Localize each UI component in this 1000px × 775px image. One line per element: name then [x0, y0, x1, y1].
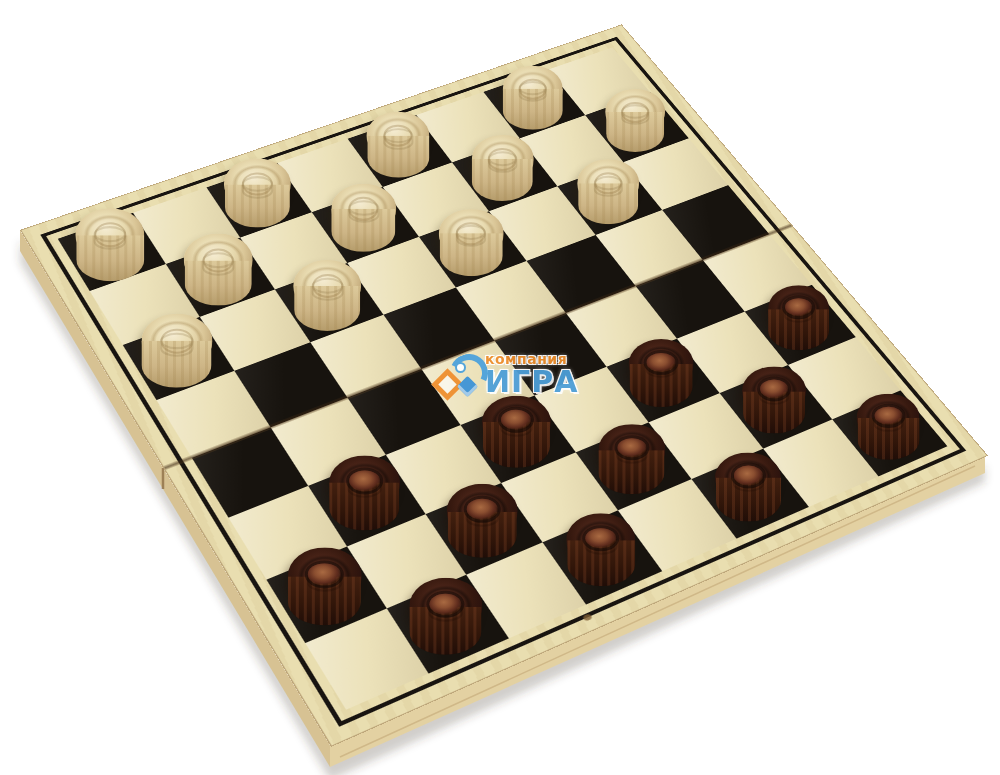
dark-man-g7: ⛂	[742, 366, 806, 415]
dark-man-e7: ⛂	[598, 424, 665, 476]
white-man-glyph: ⛀	[224, 159, 290, 210]
black-man-glyph: ⛂	[742, 366, 806, 415]
black-man-glyph: ⛂	[287, 548, 361, 605]
watermark-logo	[433, 352, 483, 404]
dark-man-f6: ⛂	[628, 339, 693, 389]
watermark-brand-label: ИГРА	[485, 367, 578, 397]
checkers-photo-stage: ⛀⛀⛀⛀⛀⛀⛀⛀⛀⛀⛀⛂⛀⛂⛂⛂⛂⛂⛂⛂⛂⛂⛂⛂ компания ИГРА	[0, 0, 1000, 775]
white-man-glyph: ⛀	[577, 160, 639, 207]
light-man-d2: ⛀	[331, 184, 396, 234]
dark-man-f8: ⛂	[715, 452, 781, 503]
black-man-glyph: ⛂	[715, 452, 781, 503]
black-man-glyph: ⛂	[566, 514, 636, 568]
black-man-glyph: ⛂	[857, 394, 920, 442]
black-man-glyph: ⛂	[447, 484, 518, 538]
light-man-f2: ⛀	[471, 135, 533, 183]
white-man-glyph: ⛀	[471, 135, 533, 183]
dark-man-h6: ⛂	[768, 286, 830, 334]
black-man-glyph: ⛂	[409, 578, 482, 634]
watermark-text: компания ИГРА	[485, 352, 578, 397]
white-man-glyph: ⛀	[141, 314, 212, 369]
white-man-glyph: ⛀	[184, 234, 253, 287]
dark-man-h8: ⛂	[857, 394, 920, 442]
white-man-glyph: ⛀	[294, 260, 362, 312]
light-man-c1: ⛀	[224, 159, 290, 210]
white-man-glyph: ⛀	[331, 184, 396, 234]
white-man-glyph: ⛀	[606, 89, 666, 135]
dark-man-b8: ⛂	[409, 578, 482, 634]
light-man-e3: ⛀	[439, 209, 504, 259]
light-man-h2: ⛀	[606, 89, 666, 135]
white-man-glyph: ⛀	[367, 111, 430, 160]
light-man-b2: ⛀	[184, 234, 253, 287]
blue-dot-icon	[455, 362, 466, 373]
white-man-glyph: ⛀	[502, 66, 562, 113]
black-man-glyph: ⛂	[329, 455, 401, 510]
white-man-glyph: ⛀	[75, 208, 144, 261]
black-man-glyph: ⛂	[598, 424, 665, 476]
light-man-a1: ⛀	[75, 208, 144, 261]
light-man-g3: ⛀	[577, 160, 639, 207]
black-man-glyph: ⛂	[628, 339, 693, 389]
dark-man-c7: ⛂	[447, 484, 518, 538]
dark-man-a7: ⛂	[287, 548, 361, 605]
dark-man-b6: ⛂	[329, 455, 401, 510]
dark-man-d8: ⛂	[566, 514, 636, 568]
watermark: компания ИГРА	[433, 352, 578, 404]
light-man-g1: ⛀	[502, 66, 562, 113]
light-man-c3: ⛀	[294, 260, 362, 312]
light-man-a3: ⛀	[141, 314, 212, 369]
white-man-glyph: ⛀	[439, 209, 504, 259]
black-man-glyph: ⛂	[768, 286, 830, 334]
light-man-e1: ⛀	[367, 111, 430, 160]
